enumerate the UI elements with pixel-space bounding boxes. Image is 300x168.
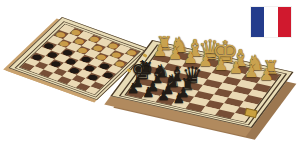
product-photo: ●●●●●●●●●●●●●●●●●●●●●●●● ♜♞♝♛♚♝♞♜♟♟♟♟♟♟♟…: [0, 0, 300, 168]
flag-stripe-blue: [251, 7, 264, 37]
flag-stripe-white: [264, 7, 277, 37]
flag-stripe-red: [278, 7, 291, 37]
chess-grid: [124, 47, 281, 123]
france-flag-icon: [251, 7, 291, 37]
